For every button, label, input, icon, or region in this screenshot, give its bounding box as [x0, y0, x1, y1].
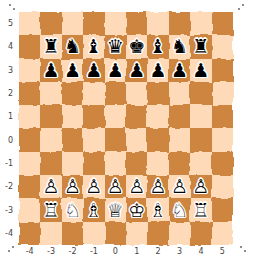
black-p-piece: ♟: [62, 59, 83, 82]
piece-outline-glyph: ♙: [105, 175, 126, 198]
black-p-piece: ♟: [190, 59, 211, 82]
x-tick-label: -1: [83, 246, 104, 258]
sketch-corner-mark: [238, 8, 240, 10]
piece-glyph: ♝: [83, 35, 104, 58]
black-p-piece: ♟: [126, 59, 147, 82]
black-n-piece: ♞: [62, 35, 83, 58]
black-b-piece: ♝: [83, 35, 104, 58]
sketch-corner-mark: [12, 246, 14, 248]
black-p-piece: ♟: [83, 59, 104, 82]
piece-outline-glyph: ♗: [147, 198, 168, 221]
piece-outline-glyph: ♙: [126, 175, 147, 198]
x-tick-label: 0: [105, 246, 126, 258]
white-n-piece: ♞♘: [62, 198, 83, 221]
piece-glyph: ♞: [169, 35, 190, 58]
piece-outline-glyph: ♖: [190, 198, 211, 221]
x-tick-label: -3: [40, 246, 61, 258]
white-p-piece: ♟♙: [147, 175, 168, 198]
x-tick-label: 4: [190, 246, 211, 258]
black-n-piece: ♞: [169, 35, 190, 58]
piece-glyph: ♚: [126, 35, 147, 58]
piece-glyph: ♜: [190, 35, 211, 58]
x-axis-tick-labels: -4-3-2-1012345: [19, 246, 233, 258]
piece-outline-glyph: ♘: [62, 198, 83, 221]
y-tick-label: -1: [0, 152, 16, 175]
piece-outline-glyph: ♙: [40, 175, 61, 198]
white-r-piece: ♜♖: [40, 198, 61, 221]
piece-glyph: ♟: [83, 58, 104, 81]
white-k-piece: ♚♔: [126, 198, 147, 221]
x-tick-label: -2: [62, 246, 83, 258]
sketch-corner-mark: [13, 8, 15, 10]
x-tick-label: 2: [147, 246, 168, 258]
black-p-piece: ♟: [169, 59, 190, 82]
piece-outline-glyph: ♙: [62, 175, 83, 198]
y-tick-label: -4: [0, 222, 16, 245]
piece-outline-glyph: ♖: [40, 198, 61, 221]
white-b-piece: ♝♗: [83, 198, 104, 221]
piece-glyph: ♞: [62, 35, 83, 58]
board-pieces: ♜♞♝♛♚♝♞♜♟♟♟♟♟♟♟♟♟♙♟♙♟♙♟♙♟♙♟♙♟♙♟♙♜♖♞♘♝♗♛♕…: [19, 12, 233, 245]
black-k-piece: ♚: [126, 35, 147, 58]
white-n-piece: ♞♘: [169, 198, 190, 221]
y-axis-tick-labels: 543210-1-2-3-4: [0, 12, 16, 245]
white-p-piece: ♟♙: [62, 175, 83, 198]
y-tick-label: 5: [0, 12, 16, 35]
chess-board: ♜♞♝♛♚♝♞♜♟♟♟♟♟♟♟♟♟♙♟♙♟♙♟♙♟♙♟♙♟♙♟♙♜♖♞♘♝♗♛♕…: [19, 12, 233, 245]
y-tick-label: -2: [0, 175, 16, 198]
white-p-piece: ♟♙: [126, 175, 147, 198]
y-tick-label: 2: [0, 82, 16, 105]
piece-glyph: ♟: [105, 58, 126, 81]
piece-glyph: ♟: [62, 58, 83, 81]
white-q-piece: ♛♕: [105, 198, 126, 221]
piece-glyph: ♟: [40, 58, 61, 81]
black-r-piece: ♜: [40, 35, 61, 58]
white-p-piece: ♟♙: [83, 175, 104, 198]
black-b-piece: ♝: [147, 35, 168, 58]
black-p-piece: ♟: [105, 59, 126, 82]
black-p-piece: ♟: [147, 59, 168, 82]
y-tick-label: 4: [0, 35, 16, 58]
white-p-piece: ♟♙: [169, 175, 190, 198]
piece-outline-glyph: ♘: [169, 198, 190, 221]
piece-outline-glyph: ♔: [126, 198, 147, 221]
piece-outline-glyph: ♗: [83, 198, 104, 221]
x-tick-label: 3: [169, 246, 190, 258]
black-p-piece: ♟: [40, 59, 61, 82]
y-tick-label: 1: [0, 105, 16, 128]
y-tick-label: 3: [0, 59, 16, 82]
piece-glyph: ♟: [169, 58, 190, 81]
piece-glyph: ♜: [40, 35, 61, 58]
piece-outline-glyph: ♙: [147, 175, 168, 198]
piece-outline-glyph: ♙: [169, 175, 190, 198]
white-p-piece: ♟♙: [190, 175, 211, 198]
white-b-piece: ♝♗: [147, 198, 168, 221]
x-tick-label: -4: [19, 246, 40, 258]
piece-glyph: ♟: [126, 58, 147, 81]
piece-glyph: ♛: [105, 35, 126, 58]
x-tick-label: 5: [212, 246, 233, 258]
white-r-piece: ♜♖: [190, 198, 211, 221]
piece-outline-glyph: ♕: [105, 198, 126, 221]
white-p-piece: ♟♙: [105, 175, 126, 198]
black-r-piece: ♜: [190, 35, 211, 58]
piece-glyph: ♟: [147, 58, 168, 81]
y-tick-label: 0: [0, 128, 16, 151]
piece-glyph: ♟: [190, 58, 211, 81]
x-tick-label: 1: [126, 246, 147, 258]
sketch-corner-mark: [240, 246, 242, 248]
y-tick-label: -3: [0, 198, 16, 221]
white-p-piece: ♟♙: [40, 175, 61, 198]
black-q-piece: ♛: [105, 35, 126, 58]
piece-glyph: ♝: [147, 35, 168, 58]
piece-outline-glyph: ♙: [190, 175, 211, 198]
chess-figure: 543210-1-2-3-4 ♜♞♝♛♚♝♞♜♟♟♟♟♟♟♟♟♟♙♟♙♟♙♟♙♟…: [0, 0, 260, 260]
piece-outline-glyph: ♙: [83, 175, 104, 198]
